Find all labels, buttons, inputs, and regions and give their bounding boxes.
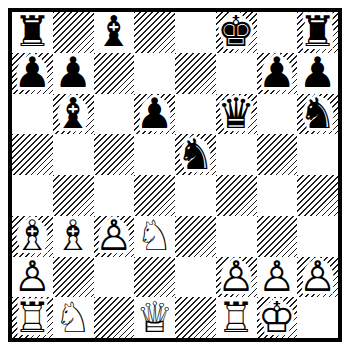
square-e5[interactable]: ♞♞ bbox=[175, 134, 216, 175]
square-g6[interactable] bbox=[257, 94, 298, 135]
piece-white-pawn[interactable]: ♙ bbox=[257, 257, 298, 298]
piece-white-pawn[interactable]: ♙ bbox=[12, 257, 53, 298]
square-b3[interactable]: ♗♗ bbox=[53, 216, 94, 257]
square-b8[interactable] bbox=[53, 12, 94, 53]
square-d1[interactable]: ♕♕ bbox=[134, 297, 175, 338]
square-a5[interactable] bbox=[12, 134, 53, 175]
square-g7[interactable]: ♟♟ bbox=[257, 53, 298, 94]
square-c4[interactable] bbox=[94, 175, 135, 216]
piece-black-king[interactable]: ♚ bbox=[216, 12, 257, 53]
square-a2[interactable]: ♙♙ bbox=[12, 257, 53, 298]
square-e2[interactable] bbox=[175, 257, 216, 298]
square-h8[interactable]: ♜♜ bbox=[297, 12, 338, 53]
piece-black-knight[interactable]: ♞ bbox=[175, 134, 216, 175]
piece-white-king[interactable]: ♔ bbox=[257, 297, 298, 338]
square-d7[interactable] bbox=[134, 53, 175, 94]
square-e1[interactable] bbox=[175, 297, 216, 338]
square-c8[interactable]: ♝♝ bbox=[94, 12, 135, 53]
square-g1[interactable]: ♔♔ bbox=[257, 297, 298, 338]
square-h4[interactable] bbox=[297, 175, 338, 216]
square-f6[interactable]: ♛♛ bbox=[216, 94, 257, 135]
square-e7[interactable] bbox=[175, 53, 216, 94]
square-b7[interactable]: ♟♟ bbox=[53, 53, 94, 94]
square-c3[interactable]: ♙♙ bbox=[94, 216, 135, 257]
piece-black-rook[interactable]: ♜ bbox=[12, 12, 53, 53]
piece-black-bishop[interactable]: ♝ bbox=[53, 94, 94, 135]
square-h1[interactable] bbox=[297, 297, 338, 338]
square-a1[interactable]: ♖♖ bbox=[12, 297, 53, 338]
piece-black-knight[interactable]: ♞ bbox=[297, 94, 338, 135]
piece-white-rook[interactable]: ♖ bbox=[216, 297, 257, 338]
square-d6[interactable]: ♟♟ bbox=[134, 94, 175, 135]
square-f3[interactable] bbox=[216, 216, 257, 257]
square-f8[interactable]: ♚♚ bbox=[216, 12, 257, 53]
square-b6[interactable]: ♝♝ bbox=[53, 94, 94, 135]
square-c5[interactable] bbox=[94, 134, 135, 175]
square-c6[interactable] bbox=[94, 94, 135, 135]
square-e8[interactable] bbox=[175, 12, 216, 53]
square-a3[interactable]: ♗♗ bbox=[12, 216, 53, 257]
square-h3[interactable] bbox=[297, 216, 338, 257]
piece-black-pawn[interactable]: ♟ bbox=[134, 94, 175, 135]
piece-white-pawn[interactable]: ♙ bbox=[297, 257, 338, 298]
square-d5[interactable] bbox=[134, 134, 175, 175]
square-f5[interactable] bbox=[216, 134, 257, 175]
piece-black-pawn[interactable]: ♟ bbox=[53, 53, 94, 94]
square-h5[interactable] bbox=[297, 134, 338, 175]
square-g5[interactable] bbox=[257, 134, 298, 175]
square-g3[interactable] bbox=[257, 216, 298, 257]
square-a8[interactable]: ♜♜ bbox=[12, 12, 53, 53]
square-d2[interactable] bbox=[134, 257, 175, 298]
piece-black-queen[interactable]: ♛ bbox=[216, 94, 257, 135]
piece-white-knight[interactable]: ♘ bbox=[53, 297, 94, 338]
square-f7[interactable] bbox=[216, 53, 257, 94]
piece-white-rook[interactable]: ♖ bbox=[12, 297, 53, 338]
square-e4[interactable] bbox=[175, 175, 216, 216]
square-d4[interactable] bbox=[134, 175, 175, 216]
square-a6[interactable] bbox=[12, 94, 53, 135]
square-a4[interactable] bbox=[12, 175, 53, 216]
square-h2[interactable]: ♙♙ bbox=[297, 257, 338, 298]
square-c7[interactable] bbox=[94, 53, 135, 94]
square-a7[interactable]: ♟♟ bbox=[12, 53, 53, 94]
square-f4[interactable] bbox=[216, 175, 257, 216]
piece-white-bishop[interactable]: ♗ bbox=[53, 216, 94, 257]
square-b4[interactable] bbox=[53, 175, 94, 216]
piece-black-pawn[interactable]: ♟ bbox=[12, 53, 53, 94]
square-h6[interactable]: ♞♞ bbox=[297, 94, 338, 135]
square-d8[interactable] bbox=[134, 12, 175, 53]
square-d3[interactable]: ♘♘ bbox=[134, 216, 175, 257]
piece-white-queen[interactable]: ♕ bbox=[134, 297, 175, 338]
square-g8[interactable] bbox=[257, 12, 298, 53]
square-c2[interactable] bbox=[94, 257, 135, 298]
square-b5[interactable] bbox=[53, 134, 94, 175]
piece-white-pawn[interactable]: ♙ bbox=[94, 216, 135, 257]
piece-black-pawn[interactable]: ♟ bbox=[257, 53, 298, 94]
square-f1[interactable]: ♖♖ bbox=[216, 297, 257, 338]
piece-black-pawn[interactable]: ♟ bbox=[297, 53, 338, 94]
square-b1[interactable]: ♘♘ bbox=[53, 297, 94, 338]
piece-white-pawn[interactable]: ♙ bbox=[216, 257, 257, 298]
chess-diagram: ♜♜♝♝♚♚♜♜♟♟♟♟♟♟♟♟♝♝♟♟♛♛♞♞♞♞♗♗♗♗♙♙♘♘♙♙♙♙♙♙… bbox=[0, 0, 350, 350]
square-e3[interactable] bbox=[175, 216, 216, 257]
square-h7[interactable]: ♟♟ bbox=[297, 53, 338, 94]
square-e6[interactable] bbox=[175, 94, 216, 135]
square-b2[interactable] bbox=[53, 257, 94, 298]
piece-black-bishop[interactable]: ♝ bbox=[94, 12, 135, 53]
square-f2[interactable]: ♙♙ bbox=[216, 257, 257, 298]
square-g2[interactable]: ♙♙ bbox=[257, 257, 298, 298]
square-g4[interactable] bbox=[257, 175, 298, 216]
piece-white-knight[interactable]: ♘ bbox=[134, 216, 175, 257]
piece-white-bishop[interactable]: ♗ bbox=[12, 216, 53, 257]
chess-board: ♜♜♝♝♚♚♜♜♟♟♟♟♟♟♟♟♝♝♟♟♛♛♞♞♞♞♗♗♗♗♙♙♘♘♙♙♙♙♙♙… bbox=[8, 8, 342, 342]
piece-black-rook[interactable]: ♜ bbox=[297, 12, 338, 53]
square-c1[interactable] bbox=[94, 297, 135, 338]
